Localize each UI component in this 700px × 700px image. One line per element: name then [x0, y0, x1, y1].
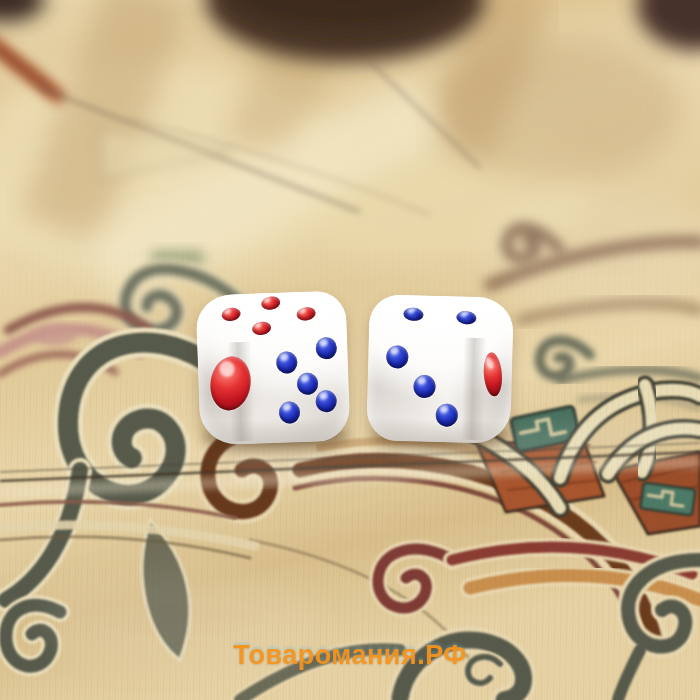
die-left[interactable] — [195, 290, 350, 445]
die-left-left-pip — [207, 354, 254, 413]
pip-glint-icon — [282, 402, 292, 411]
pip-glint-icon — [439, 405, 449, 414]
pip-glint-icon — [299, 308, 307, 315]
die-left-front-pip — [315, 337, 337, 360]
die-left-front-pip — [315, 390, 337, 413]
pip-glint-icon — [389, 346, 399, 355]
pip-glint-icon — [224, 308, 232, 315]
die-right-front-pip — [386, 345, 409, 369]
pip-glint-icon — [460, 311, 468, 317]
die-left-front-pip — [279, 401, 301, 424]
die-right-top-pip — [403, 307, 424, 322]
board-background — [0, 0, 700, 700]
die-left-top-pip — [260, 295, 281, 311]
watermark: Товаромания.РФ — [233, 640, 467, 671]
pip-glint-icon — [279, 353, 289, 362]
die-left-front-pip — [276, 351, 298, 374]
pip-glint-icon — [264, 297, 272, 304]
pip-glint-icon — [254, 322, 262, 329]
die-left-top-pip — [296, 306, 317, 322]
pip-glint-icon — [417, 376, 427, 385]
die-right-right-pip — [482, 352, 503, 397]
photo-scene: Товаромания.РФ — [0, 0, 700, 700]
die-right-front-pip — [436, 403, 459, 427]
pip-glint-icon — [218, 360, 236, 379]
wood-grain-overlay — [0, 250, 700, 700]
pip-glint-icon — [318, 338, 328, 347]
die-right[interactable] — [366, 294, 514, 444]
die-right-top-pip — [456, 310, 477, 325]
pip-glint-icon — [484, 356, 496, 371]
pip-glint-icon — [407, 308, 415, 314]
pip-glint-icon — [318, 391, 328, 400]
die-right-front-pip — [413, 375, 436, 399]
pip-glint-icon — [300, 374, 310, 383]
die-right-face-edge — [461, 337, 487, 440]
die-left-top-pip — [221, 306, 242, 322]
die-left-top-pip — [251, 320, 272, 336]
die-left-front-pip — [297, 372, 319, 395]
